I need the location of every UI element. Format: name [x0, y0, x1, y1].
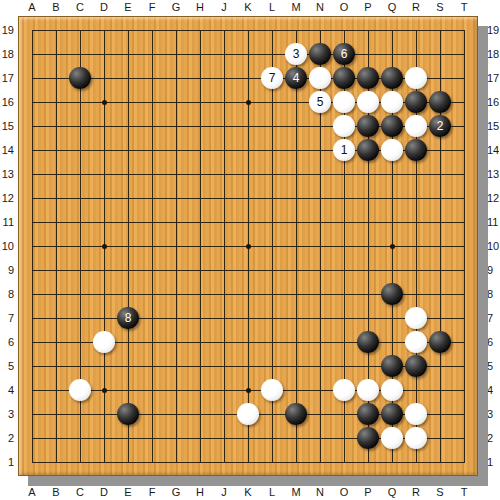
intersection-G7[interactable] — [164, 306, 188, 330]
intersection-S13[interactable] — [428, 162, 452, 186]
intersection-D11[interactable] — [92, 210, 116, 234]
intersection-B6[interactable] — [44, 330, 68, 354]
intersection-E8[interactable] — [116, 282, 140, 306]
intersection-S16[interactable] — [428, 90, 452, 114]
intersection-H12[interactable] — [188, 186, 212, 210]
intersection-R1[interactable] — [404, 450, 428, 474]
intersection-S9[interactable] — [428, 258, 452, 282]
intersection-K16[interactable] — [236, 90, 260, 114]
intersection-O5[interactable] — [332, 354, 356, 378]
intersection-P18[interactable] — [356, 42, 380, 66]
intersection-O6[interactable] — [332, 330, 356, 354]
intersection-T12[interactable] — [452, 186, 476, 210]
intersection-N3[interactable] — [308, 402, 332, 426]
intersection-L10[interactable] — [260, 234, 284, 258]
intersection-O10[interactable] — [332, 234, 356, 258]
intersection-L14[interactable] — [260, 138, 284, 162]
intersection-B15[interactable] — [44, 114, 68, 138]
intersection-R12[interactable] — [404, 186, 428, 210]
intersection-H18[interactable] — [188, 42, 212, 66]
intersection-C12[interactable] — [68, 186, 92, 210]
intersection-K18[interactable] — [236, 42, 260, 66]
intersection-Q3[interactable] — [380, 402, 404, 426]
intersection-F16[interactable] — [140, 90, 164, 114]
intersection-D19[interactable] — [92, 18, 116, 42]
intersection-O17[interactable] — [332, 66, 356, 90]
intersection-J17[interactable] — [212, 66, 236, 90]
intersection-N17[interactable] — [308, 66, 332, 90]
intersection-F11[interactable] — [140, 210, 164, 234]
intersection-L3[interactable] — [260, 402, 284, 426]
intersection-T16[interactable] — [452, 90, 476, 114]
intersection-T10[interactable] — [452, 234, 476, 258]
intersection-L7[interactable] — [260, 306, 284, 330]
intersection-M9[interactable] — [284, 258, 308, 282]
intersection-F14[interactable] — [140, 138, 164, 162]
intersection-F10[interactable] — [140, 234, 164, 258]
intersection-F1[interactable] — [140, 450, 164, 474]
intersection-R13[interactable] — [404, 162, 428, 186]
intersection-R9[interactable] — [404, 258, 428, 282]
intersection-G18[interactable] — [164, 42, 188, 66]
intersection-C14[interactable] — [68, 138, 92, 162]
intersection-F9[interactable] — [140, 258, 164, 282]
intersection-A10[interactable] — [20, 234, 44, 258]
intersection-J14[interactable] — [212, 138, 236, 162]
intersection-A1[interactable] — [20, 450, 44, 474]
intersection-L17[interactable]: 7 — [260, 66, 284, 90]
intersection-T1[interactable] — [452, 450, 476, 474]
intersection-E4[interactable] — [116, 378, 140, 402]
intersection-S15[interactable]: 2 — [428, 114, 452, 138]
intersection-K15[interactable] — [236, 114, 260, 138]
intersection-T17[interactable] — [452, 66, 476, 90]
intersection-K17[interactable] — [236, 66, 260, 90]
intersection-B18[interactable] — [44, 42, 68, 66]
intersection-D17[interactable] — [92, 66, 116, 90]
intersection-G19[interactable] — [164, 18, 188, 42]
intersection-H19[interactable] — [188, 18, 212, 42]
intersection-C6[interactable] — [68, 330, 92, 354]
intersection-T11[interactable] — [452, 210, 476, 234]
intersection-K5[interactable] — [236, 354, 260, 378]
intersection-N12[interactable] — [308, 186, 332, 210]
intersection-R15[interactable] — [404, 114, 428, 138]
intersection-O1[interactable] — [332, 450, 356, 474]
intersection-P9[interactable] — [356, 258, 380, 282]
intersection-S17[interactable] — [428, 66, 452, 90]
intersection-R11[interactable] — [404, 210, 428, 234]
intersection-L13[interactable] — [260, 162, 284, 186]
intersection-T18[interactable] — [452, 42, 476, 66]
intersection-N18[interactable] — [308, 42, 332, 66]
intersection-A2[interactable] — [20, 426, 44, 450]
intersection-O15[interactable] — [332, 114, 356, 138]
intersection-Q11[interactable] — [380, 210, 404, 234]
intersection-E16[interactable] — [116, 90, 140, 114]
intersection-O16[interactable] — [332, 90, 356, 114]
intersection-B10[interactable] — [44, 234, 68, 258]
intersection-N7[interactable] — [308, 306, 332, 330]
intersection-A5[interactable] — [20, 354, 44, 378]
intersection-F4[interactable] — [140, 378, 164, 402]
intersection-E15[interactable] — [116, 114, 140, 138]
intersection-S10[interactable] — [428, 234, 452, 258]
intersection-E17[interactable] — [116, 66, 140, 90]
intersection-Q18[interactable] — [380, 42, 404, 66]
intersection-D4[interactable] — [92, 378, 116, 402]
intersection-M10[interactable] — [284, 234, 308, 258]
intersection-R4[interactable] — [404, 378, 428, 402]
intersection-K13[interactable] — [236, 162, 260, 186]
intersection-H13[interactable] — [188, 162, 212, 186]
intersection-A9[interactable] — [20, 258, 44, 282]
intersection-B17[interactable] — [44, 66, 68, 90]
intersection-G12[interactable] — [164, 186, 188, 210]
intersection-N16[interactable]: 5 — [308, 90, 332, 114]
intersection-L11[interactable] — [260, 210, 284, 234]
intersection-K2[interactable] — [236, 426, 260, 450]
intersection-E7[interactable]: 8 — [116, 306, 140, 330]
intersection-B11[interactable] — [44, 210, 68, 234]
intersection-A15[interactable] — [20, 114, 44, 138]
intersection-E13[interactable] — [116, 162, 140, 186]
intersection-Q7[interactable] — [380, 306, 404, 330]
intersection-J10[interactable] — [212, 234, 236, 258]
intersection-R16[interactable] — [404, 90, 428, 114]
intersection-G9[interactable] — [164, 258, 188, 282]
intersection-B14[interactable] — [44, 138, 68, 162]
intersection-P13[interactable] — [356, 162, 380, 186]
intersection-C15[interactable] — [68, 114, 92, 138]
intersection-K19[interactable] — [236, 18, 260, 42]
intersection-Q14[interactable] — [380, 138, 404, 162]
intersection-P17[interactable] — [356, 66, 380, 90]
intersection-P19[interactable] — [356, 18, 380, 42]
intersection-N15[interactable] — [308, 114, 332, 138]
intersection-A18[interactable] — [20, 42, 44, 66]
intersection-S4[interactable] — [428, 378, 452, 402]
intersection-S18[interactable] — [428, 42, 452, 66]
intersection-T7[interactable] — [452, 306, 476, 330]
intersection-E12[interactable] — [116, 186, 140, 210]
intersection-O4[interactable] — [332, 378, 356, 402]
intersection-N8[interactable] — [308, 282, 332, 306]
intersection-F15[interactable] — [140, 114, 164, 138]
intersection-K7[interactable] — [236, 306, 260, 330]
intersection-L9[interactable] — [260, 258, 284, 282]
intersection-D3[interactable] — [92, 402, 116, 426]
intersection-K1[interactable] — [236, 450, 260, 474]
intersection-G10[interactable] — [164, 234, 188, 258]
intersection-H1[interactable] — [188, 450, 212, 474]
intersection-E9[interactable] — [116, 258, 140, 282]
intersection-A13[interactable] — [20, 162, 44, 186]
intersection-B13[interactable] — [44, 162, 68, 186]
intersection-M7[interactable] — [284, 306, 308, 330]
intersection-A4[interactable] — [20, 378, 44, 402]
intersection-N1[interactable] — [308, 450, 332, 474]
intersection-G16[interactable] — [164, 90, 188, 114]
intersection-H11[interactable] — [188, 210, 212, 234]
intersection-N10[interactable] — [308, 234, 332, 258]
intersection-C11[interactable] — [68, 210, 92, 234]
intersection-P8[interactable] — [356, 282, 380, 306]
intersection-P5[interactable] — [356, 354, 380, 378]
intersection-J7[interactable] — [212, 306, 236, 330]
intersection-L2[interactable] — [260, 426, 284, 450]
intersection-M2[interactable] — [284, 426, 308, 450]
intersection-D8[interactable] — [92, 282, 116, 306]
intersection-T13[interactable] — [452, 162, 476, 186]
intersection-E2[interactable] — [116, 426, 140, 450]
intersection-H9[interactable] — [188, 258, 212, 282]
intersection-G6[interactable] — [164, 330, 188, 354]
intersection-M13[interactable] — [284, 162, 308, 186]
intersection-J19[interactable] — [212, 18, 236, 42]
intersection-R6[interactable] — [404, 330, 428, 354]
intersection-D9[interactable] — [92, 258, 116, 282]
intersection-D1[interactable] — [92, 450, 116, 474]
intersection-O9[interactable] — [332, 258, 356, 282]
intersection-F18[interactable] — [140, 42, 164, 66]
intersection-H10[interactable] — [188, 234, 212, 258]
intersection-S3[interactable] — [428, 402, 452, 426]
intersection-G11[interactable] — [164, 210, 188, 234]
intersection-L1[interactable] — [260, 450, 284, 474]
intersection-G1[interactable] — [164, 450, 188, 474]
intersection-G4[interactable] — [164, 378, 188, 402]
intersection-A8[interactable] — [20, 282, 44, 306]
intersection-Q15[interactable] — [380, 114, 404, 138]
intersection-E3[interactable] — [116, 402, 140, 426]
intersection-T14[interactable] — [452, 138, 476, 162]
intersection-P11[interactable] — [356, 210, 380, 234]
intersection-Q13[interactable] — [380, 162, 404, 186]
intersection-F3[interactable] — [140, 402, 164, 426]
intersection-D15[interactable] — [92, 114, 116, 138]
intersection-O2[interactable] — [332, 426, 356, 450]
intersection-T15[interactable] — [452, 114, 476, 138]
intersection-M8[interactable] — [284, 282, 308, 306]
intersection-E6[interactable] — [116, 330, 140, 354]
intersection-A6[interactable] — [20, 330, 44, 354]
intersection-A19[interactable] — [20, 18, 44, 42]
intersection-Q1[interactable] — [380, 450, 404, 474]
intersection-N5[interactable] — [308, 354, 332, 378]
intersection-Q4[interactable] — [380, 378, 404, 402]
intersection-G5[interactable] — [164, 354, 188, 378]
intersection-P10[interactable] — [356, 234, 380, 258]
intersection-H7[interactable] — [188, 306, 212, 330]
intersection-D7[interactable] — [92, 306, 116, 330]
intersection-L5[interactable] — [260, 354, 284, 378]
intersection-E11[interactable] — [116, 210, 140, 234]
intersection-C17[interactable] — [68, 66, 92, 90]
intersection-A17[interactable] — [20, 66, 44, 90]
intersection-O14[interactable]: 1 — [332, 138, 356, 162]
intersection-G15[interactable] — [164, 114, 188, 138]
intersection-C1[interactable] — [68, 450, 92, 474]
intersection-C7[interactable] — [68, 306, 92, 330]
intersection-M6[interactable] — [284, 330, 308, 354]
intersection-T3[interactable] — [452, 402, 476, 426]
intersection-P14[interactable] — [356, 138, 380, 162]
intersection-R8[interactable] — [404, 282, 428, 306]
intersection-S12[interactable] — [428, 186, 452, 210]
intersection-H4[interactable] — [188, 378, 212, 402]
intersection-R10[interactable] — [404, 234, 428, 258]
intersection-K10[interactable] — [236, 234, 260, 258]
intersection-L12[interactable] — [260, 186, 284, 210]
intersection-C16[interactable] — [68, 90, 92, 114]
intersection-Q10[interactable] — [380, 234, 404, 258]
intersection-S2[interactable] — [428, 426, 452, 450]
intersection-R19[interactable] — [404, 18, 428, 42]
intersection-A12[interactable] — [20, 186, 44, 210]
intersection-C3[interactable] — [68, 402, 92, 426]
intersection-B12[interactable] — [44, 186, 68, 210]
intersection-F6[interactable] — [140, 330, 164, 354]
intersection-B4[interactable] — [44, 378, 68, 402]
intersection-T2[interactable] — [452, 426, 476, 450]
intersection-G8[interactable] — [164, 282, 188, 306]
intersection-P2[interactable] — [356, 426, 380, 450]
intersection-R14[interactable] — [404, 138, 428, 162]
intersection-R17[interactable] — [404, 66, 428, 90]
intersection-N13[interactable] — [308, 162, 332, 186]
intersection-P12[interactable] — [356, 186, 380, 210]
intersection-N11[interactable] — [308, 210, 332, 234]
intersection-D18[interactable] — [92, 42, 116, 66]
intersection-Q5[interactable] — [380, 354, 404, 378]
intersection-D10[interactable] — [92, 234, 116, 258]
intersection-R7[interactable] — [404, 306, 428, 330]
intersection-R3[interactable] — [404, 402, 428, 426]
intersection-P6[interactable] — [356, 330, 380, 354]
intersection-F7[interactable] — [140, 306, 164, 330]
intersection-L4[interactable] — [260, 378, 284, 402]
intersection-G14[interactable] — [164, 138, 188, 162]
intersection-C2[interactable] — [68, 426, 92, 450]
intersection-A7[interactable] — [20, 306, 44, 330]
intersection-F5[interactable] — [140, 354, 164, 378]
intersection-K3[interactable] — [236, 402, 260, 426]
intersection-D5[interactable] — [92, 354, 116, 378]
intersection-Q2[interactable] — [380, 426, 404, 450]
intersection-S19[interactable] — [428, 18, 452, 42]
intersection-T6[interactable] — [452, 330, 476, 354]
intersection-T8[interactable] — [452, 282, 476, 306]
intersection-D13[interactable] — [92, 162, 116, 186]
intersection-D12[interactable] — [92, 186, 116, 210]
intersection-F13[interactable] — [140, 162, 164, 186]
intersection-J13[interactable] — [212, 162, 236, 186]
intersection-F12[interactable] — [140, 186, 164, 210]
intersection-B1[interactable] — [44, 450, 68, 474]
intersection-L15[interactable] — [260, 114, 284, 138]
intersection-B9[interactable] — [44, 258, 68, 282]
intersection-M4[interactable] — [284, 378, 308, 402]
intersection-K14[interactable] — [236, 138, 260, 162]
intersection-O7[interactable] — [332, 306, 356, 330]
intersection-J1[interactable] — [212, 450, 236, 474]
intersection-K9[interactable] — [236, 258, 260, 282]
intersection-H16[interactable] — [188, 90, 212, 114]
intersection-S1[interactable] — [428, 450, 452, 474]
intersection-J8[interactable] — [212, 282, 236, 306]
intersection-J11[interactable] — [212, 210, 236, 234]
intersection-C18[interactable] — [68, 42, 92, 66]
intersection-G13[interactable] — [164, 162, 188, 186]
intersection-P15[interactable] — [356, 114, 380, 138]
intersection-O3[interactable] — [332, 402, 356, 426]
intersection-L16[interactable] — [260, 90, 284, 114]
intersection-R18[interactable] — [404, 42, 428, 66]
intersection-J3[interactable] — [212, 402, 236, 426]
intersection-T4[interactable] — [452, 378, 476, 402]
intersection-K11[interactable] — [236, 210, 260, 234]
intersection-B3[interactable] — [44, 402, 68, 426]
intersection-N6[interactable] — [308, 330, 332, 354]
intersection-N14[interactable] — [308, 138, 332, 162]
intersection-H15[interactable] — [188, 114, 212, 138]
intersection-Q6[interactable] — [380, 330, 404, 354]
intersection-R2[interactable] — [404, 426, 428, 450]
intersection-B19[interactable] — [44, 18, 68, 42]
intersection-M5[interactable] — [284, 354, 308, 378]
intersection-Q16[interactable] — [380, 90, 404, 114]
intersection-L19[interactable] — [260, 18, 284, 42]
intersection-C10[interactable] — [68, 234, 92, 258]
intersection-K6[interactable] — [236, 330, 260, 354]
intersection-M3[interactable] — [284, 402, 308, 426]
intersection-Q12[interactable] — [380, 186, 404, 210]
intersection-G3[interactable] — [164, 402, 188, 426]
intersection-M1[interactable] — [284, 450, 308, 474]
intersection-S8[interactable] — [428, 282, 452, 306]
intersection-J18[interactable] — [212, 42, 236, 66]
intersection-H17[interactable] — [188, 66, 212, 90]
intersection-B8[interactable] — [44, 282, 68, 306]
intersection-E19[interactable] — [116, 18, 140, 42]
intersection-A14[interactable] — [20, 138, 44, 162]
intersection-L18[interactable] — [260, 42, 284, 66]
intersection-B7[interactable] — [44, 306, 68, 330]
intersection-P16[interactable] — [356, 90, 380, 114]
intersection-D2[interactable] — [92, 426, 116, 450]
intersection-N2[interactable] — [308, 426, 332, 450]
intersection-G17[interactable] — [164, 66, 188, 90]
intersection-O18[interactable]: 6 — [332, 42, 356, 66]
intersection-P1[interactable] — [356, 450, 380, 474]
intersection-J15[interactable] — [212, 114, 236, 138]
intersection-M14[interactable] — [284, 138, 308, 162]
intersection-P7[interactable] — [356, 306, 380, 330]
intersection-J6[interactable] — [212, 330, 236, 354]
intersection-M11[interactable] — [284, 210, 308, 234]
intersection-Q9[interactable] — [380, 258, 404, 282]
intersection-J4[interactable] — [212, 378, 236, 402]
intersection-Q19[interactable] — [380, 18, 404, 42]
intersection-J2[interactable] — [212, 426, 236, 450]
intersection-Q8[interactable] — [380, 282, 404, 306]
intersection-S11[interactable] — [428, 210, 452, 234]
intersection-M19[interactable] — [284, 18, 308, 42]
intersection-P3[interactable] — [356, 402, 380, 426]
intersection-C19[interactable] — [68, 18, 92, 42]
intersection-T19[interactable] — [452, 18, 476, 42]
